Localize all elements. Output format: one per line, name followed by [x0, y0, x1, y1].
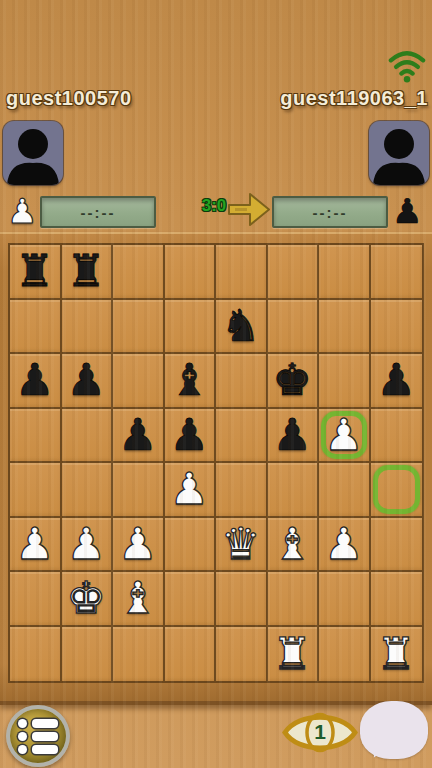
- square-a1[interactable]: [10, 627, 62, 682]
- square-a2[interactable]: [10, 572, 62, 627]
- square-e7[interactable]: ♞: [216, 300, 268, 355]
- square-f8[interactable]: [268, 245, 320, 300]
- square-b4[interactable]: [62, 463, 114, 518]
- square-f5[interactable]: ♟: [268, 409, 320, 464]
- square-d2[interactable]: [165, 572, 217, 627]
- square-d5[interactable]: ♟: [165, 409, 217, 464]
- square-d7[interactable]: [165, 300, 217, 355]
- square-g2[interactable]: [319, 572, 371, 627]
- turn-arrow-icon: [227, 189, 271, 230]
- square-g3[interactable]: ♟: [319, 518, 371, 573]
- square-g1[interactable]: [319, 627, 371, 682]
- white-pawn: ♟: [67, 518, 106, 570]
- square-f2[interactable]: [268, 572, 320, 627]
- square-e5[interactable]: [216, 409, 268, 464]
- square-h6[interactable]: ♟: [371, 354, 423, 409]
- square-c3[interactable]: ♟: [113, 518, 165, 573]
- square-b3[interactable]: ♟: [62, 518, 114, 573]
- square-g8[interactable]: [319, 245, 371, 300]
- square-e1[interactable]: [216, 627, 268, 682]
- square-f4[interactable]: [268, 463, 320, 518]
- square-c1[interactable]: [113, 627, 165, 682]
- square-d1[interactable]: [165, 627, 217, 682]
- square-c2[interactable]: ♝: [113, 572, 165, 627]
- white-queen: ♛: [221, 518, 260, 570]
- square-a4[interactable]: [10, 463, 62, 518]
- player-name-left: guest100570: [6, 87, 132, 110]
- black-pawn: ♟: [67, 354, 106, 406]
- square-e8[interactable]: [216, 245, 268, 300]
- black-knight: ♞: [221, 300, 260, 352]
- black-pawn: ♟: [118, 409, 157, 461]
- square-h3[interactable]: [371, 518, 423, 573]
- square-g6[interactable]: [319, 354, 371, 409]
- square-b7[interactable]: [62, 300, 114, 355]
- white-pawn: ♟: [324, 409, 363, 461]
- chess-app-screen: guest100570 guest119063_1 ♟ --:-- 3:0 --…: [0, 0, 432, 768]
- square-c7[interactable]: [113, 300, 165, 355]
- square-a3[interactable]: ♟: [10, 518, 62, 573]
- square-f1[interactable]: ♜: [268, 627, 320, 682]
- black-pawn: ♟: [377, 354, 416, 406]
- square-a8[interactable]: ♜: [10, 245, 62, 300]
- menu-button[interactable]: [6, 705, 70, 767]
- square-f3[interactable]: ♝: [268, 518, 320, 573]
- square-e2[interactable]: [216, 572, 268, 627]
- square-a7[interactable]: [10, 300, 62, 355]
- black-pawn: ♟: [15, 354, 54, 406]
- square-e4[interactable]: [216, 463, 268, 518]
- board-grid: ♜♜♞♟♟♝♚♟♟♟♟♟♟♟♟♟♛♝♟♚♝♜♜: [8, 243, 424, 683]
- square-b6[interactable]: ♟: [62, 354, 114, 409]
- black-rook: ♜: [67, 245, 106, 297]
- square-d3[interactable]: [165, 518, 217, 573]
- spectator-count: 1: [308, 713, 332, 751]
- square-c6[interactable]: [113, 354, 165, 409]
- avatar-right[interactable]: [369, 121, 429, 185]
- square-e6[interactable]: [216, 354, 268, 409]
- white-pawn: ♟: [324, 518, 363, 570]
- square-h5[interactable]: [371, 409, 423, 464]
- white-bishop: ♝: [118, 572, 157, 624]
- square-c4[interactable]: [113, 463, 165, 518]
- white-king: ♚: [67, 572, 106, 624]
- square-h7[interactable]: [371, 300, 423, 355]
- clock-left: --:--: [40, 196, 156, 228]
- player-name-right: guest119063_1: [280, 87, 428, 110]
- black-pawn: ♟: [170, 409, 209, 461]
- square-b2[interactable]: ♚: [62, 572, 114, 627]
- white-pawn: ♟: [118, 518, 157, 570]
- square-g4[interactable]: [319, 463, 371, 518]
- board-frame: ♜♜♞♟♟♝♚♟♟♟♟♟♟♟♟♟♛♝♟♚♝♜♜: [0, 232, 432, 705]
- person-silhouette-icon: [369, 121, 429, 185]
- square-f7[interactable]: [268, 300, 320, 355]
- white-pawn: ♟: [170, 463, 209, 515]
- square-h2[interactable]: [371, 572, 423, 627]
- wifi-icon: [388, 46, 426, 86]
- square-g5[interactable]: ♟: [319, 409, 371, 464]
- square-c5[interactable]: ♟: [113, 409, 165, 464]
- chat-button[interactable]: [360, 701, 428, 759]
- white-bishop: ♝: [273, 518, 312, 570]
- black-pawn-icon: ♟: [392, 192, 420, 230]
- square-h1[interactable]: ♜: [371, 627, 423, 682]
- square-b8[interactable]: ♜: [62, 245, 114, 300]
- square-h4[interactable]: [371, 463, 423, 518]
- square-c8[interactable]: [113, 245, 165, 300]
- white-rook: ♜: [377, 628, 416, 680]
- black-king: ♚: [273, 354, 312, 406]
- black-pawn: ♟: [273, 409, 312, 461]
- square-d4[interactable]: ♟: [165, 463, 217, 518]
- square-g7[interactable]: [319, 300, 371, 355]
- square-a5[interactable]: [10, 409, 62, 464]
- white-rook: ♜: [273, 628, 312, 680]
- square-b1[interactable]: [62, 627, 114, 682]
- white-pawn-icon: ♟: [7, 192, 35, 230]
- square-b5[interactable]: [62, 409, 114, 464]
- square-a6[interactable]: ♟: [10, 354, 62, 409]
- square-d8[interactable]: [165, 245, 217, 300]
- square-h8[interactable]: [371, 245, 423, 300]
- square-d6[interactable]: ♝: [165, 354, 217, 409]
- black-rook: ♜: [15, 245, 54, 297]
- clock-right: --:--: [272, 196, 388, 228]
- black-bishop: ♝: [170, 354, 209, 406]
- person-silhouette-icon: [3, 121, 63, 185]
- avatar-left[interactable]: [3, 121, 63, 185]
- square-f6[interactable]: ♚: [268, 354, 320, 409]
- white-pawn: ♟: [15, 518, 54, 570]
- square-e3[interactable]: ♛: [216, 518, 268, 573]
- list-icon: [18, 719, 58, 728]
